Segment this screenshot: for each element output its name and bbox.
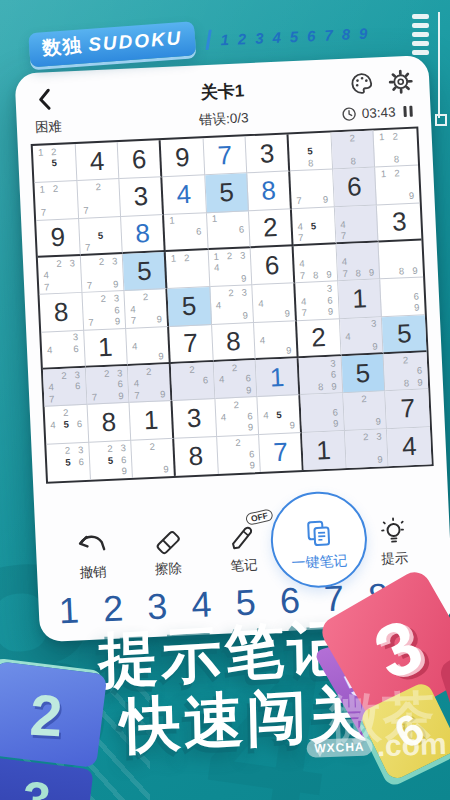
note-3: 3 [108, 255, 122, 267]
undo-button[interactable]: 撤销 [59, 531, 125, 583]
cell-r8c6[interactable]: 459 [258, 395, 302, 434]
cell-r3c3[interactable]: 8 [121, 215, 165, 254]
note-3: 3 [367, 318, 381, 330]
entered-digit: 1 [269, 364, 285, 391]
given-digit: 2 [263, 214, 279, 241]
cell-r3c6[interactable]: 2 [249, 209, 293, 248]
cell-r2c8[interactable]: 6 [333, 168, 377, 207]
cell-r5c7[interactable]: 34679 [295, 282, 339, 321]
cell-r8c9[interactable]: 7 [386, 390, 430, 429]
note-2: 2 [100, 368, 114, 380]
note-2: 2 [398, 354, 412, 366]
note-9: 9 [153, 313, 166, 325]
cell-r7c5[interactable]: 2469 [213, 360, 257, 399]
cell-r9c7[interactable]: 1 [302, 431, 346, 470]
note-2: 2 [229, 399, 243, 411]
cell-r4c3[interactable]: 5 [123, 252, 167, 291]
cell-r4c5[interactable]: 12349 [208, 248, 252, 287]
note-3: 3 [326, 357, 340, 369]
dice-blue-top-face: 2 [0, 661, 107, 768]
cell-r6c4[interactable]: 7 [169, 325, 213, 364]
given-digit: 8 [226, 328, 242, 355]
time-value: 03:43 [361, 104, 395, 121]
note-9: 9 [239, 309, 253, 321]
pencil-notes: 49 [128, 328, 168, 363]
note-9: 9 [368, 340, 382, 352]
pencil-notes: 2347 [39, 257, 80, 293]
cell-r4c8[interactable]: 4789 [336, 242, 380, 281]
cell-r7c1[interactable]: 23467 [43, 368, 87, 407]
dice-blue-front-number: 3 [21, 770, 53, 800]
cell-r5c5[interactable]: 2349 [210, 285, 254, 324]
note-6: 6 [241, 373, 255, 385]
palette-icon[interactable] [349, 70, 375, 96]
numpad-6[interactable]: 6 [279, 582, 301, 619]
entered-digit: 7 [217, 142, 233, 169]
cell-r1c1[interactable]: 125 [33, 144, 77, 183]
toolbar: 撤销 擦除 OFF 笔记 [42, 478, 444, 586]
cell-r5c8[interactable]: 1 [338, 280, 382, 319]
cell-r3c1[interactable]: 9 [36, 219, 80, 258]
note-9: 9 [329, 417, 343, 429]
note-9: 9 [327, 380, 341, 392]
cell-r5c1[interactable]: 8 [40, 293, 84, 332]
note-2: 2 [180, 252, 194, 264]
back-button[interactable] [37, 88, 52, 111]
note-2: 2 [52, 258, 66, 270]
note-5: 5 [59, 418, 73, 430]
given-digit: 5 [181, 293, 197, 320]
note-2: 2 [357, 393, 371, 405]
numpad-4[interactable]: 4 [191, 586, 213, 623]
note-6: 6 [73, 418, 87, 430]
numpad-5[interactable]: 5 [235, 584, 257, 621]
cell-r1c3[interactable]: 6 [118, 140, 162, 179]
note-5: 5 [61, 456, 75, 468]
note-2: 2 [47, 146, 61, 158]
pencil-notes: 128 [375, 130, 417, 166]
note-9: 9 [237, 272, 251, 284]
note-3: 3 [116, 442, 130, 454]
note-9: 9 [319, 194, 333, 206]
cell-r6c6[interactable]: 49 [254, 321, 298, 360]
cell-r8c3[interactable]: 1 [130, 401, 174, 440]
note-5: 5 [272, 409, 285, 421]
note-3: 3 [237, 287, 251, 299]
given-digit: 1 [352, 285, 368, 312]
note-7: 7 [127, 315, 140, 327]
cell-r6c7[interactable]: 2 [297, 319, 341, 358]
phone-card-group: 数独SUDOKU 123456789 关卡1 [12, 10, 450, 642]
onekey-notes-button[interactable]: 一键笔记 [285, 517, 351, 573]
cell-r8c4[interactable]: 3 [172, 399, 216, 438]
cell-r2c9[interactable]: 129 [375, 166, 419, 205]
given-digit: 1 [98, 334, 114, 361]
note-6: 6 [69, 343, 83, 355]
notes-button[interactable]: OFF 笔记 [210, 522, 276, 576]
pencil-notes: 2356 [47, 443, 88, 480]
note-4: 4 [44, 382, 58, 394]
pencil-notes: 2349 [211, 287, 252, 323]
note-3: 3 [113, 367, 127, 379]
entered-digit: 8 [135, 220, 151, 247]
cell-r7c8[interactable]: 5 [341, 354, 385, 393]
cell-r3c8[interactable]: 47 [334, 205, 378, 244]
numpad-3[interactable]: 3 [146, 588, 168, 625]
note-2: 2 [61, 444, 75, 456]
note-4: 4 [210, 262, 224, 274]
cell-r7c2[interactable]: 23679 [86, 366, 130, 405]
pencil-notes: 89 [380, 241, 422, 277]
given-digit: 8 [101, 409, 117, 436]
watermark-suffix: .com [376, 727, 447, 763]
note-9: 9 [373, 453, 387, 465]
cell-r4c4[interactable]: 12 [166, 250, 210, 289]
note-9: 9 [280, 308, 293, 320]
note-6: 6 [199, 375, 213, 387]
note-6: 6 [409, 290, 423, 302]
decorative-scroll-ornament [400, 10, 448, 130]
note-7: 7 [294, 231, 308, 243]
ornament-bar [412, 41, 429, 46]
note-4: 4 [254, 297, 267, 309]
cell-r6c9[interactable]: 5 [382, 315, 426, 354]
given-digit: 4 [402, 433, 418, 460]
cell-r6c3[interactable]: 49 [126, 327, 170, 366]
cell-r9c8[interactable]: 239 [345, 429, 389, 468]
note-9: 9 [322, 268, 336, 280]
note-9: 9 [245, 459, 259, 471]
erase-button[interactable]: 擦除 [135, 528, 201, 580]
note-7: 7 [296, 269, 310, 281]
pencil-notes: 2469 [214, 361, 255, 397]
cell-r9c5[interactable]: 269 [217, 435, 261, 474]
pencil-notes: 16 [165, 214, 206, 249]
pencil-notes: 16 [208, 212, 249, 247]
note-6: 6 [328, 406, 342, 418]
note-6: 6 [110, 304, 124, 316]
note-9: 9 [413, 376, 427, 388]
note-2: 2 [91, 181, 105, 193]
note-9: 9 [286, 419, 299, 431]
notes-off-badge: OFF [245, 508, 274, 526]
note-2: 2 [59, 407, 73, 419]
given-digit: 4 [89, 148, 105, 175]
app-logo: 数独SUDOKU [28, 21, 196, 67]
given-digit: 3 [186, 405, 202, 432]
pencil-notes: 69 [382, 279, 424, 315]
note-1: 1 [376, 168, 390, 180]
given-digit: 6 [347, 174, 363, 201]
note-4: 4 [341, 330, 355, 342]
cell-r7c4[interactable]: 26 [171, 362, 215, 401]
cell-r7c9[interactable]: 2689 [384, 352, 428, 391]
cell-r9c9[interactable]: 4 [387, 427, 431, 466]
chevron-left-icon [37, 88, 52, 111]
logo-digit-9: 9 [359, 24, 368, 41]
note-1: 1 [167, 252, 181, 264]
cell-r5c2[interactable]: 23679 [82, 291, 126, 330]
note-3: 3 [74, 443, 88, 455]
sudoku-grid: 1254697358281281272734587961299578161624… [31, 126, 434, 483]
cell-r1c6[interactable]: 3 [246, 134, 290, 173]
note-6: 6 [71, 380, 85, 392]
cell-r6c2[interactable]: 1 [84, 329, 128, 368]
cell-r8c5[interactable]: 2469 [215, 397, 259, 436]
cell-r9c3[interactable]: 29 [132, 439, 176, 478]
cell-r5c4[interactable]: 5 [167, 287, 211, 326]
cell-r3c9[interactable]: 3 [377, 203, 421, 242]
pencil-notes: 346 [42, 332, 83, 367]
cell-r9c6[interactable]: 7 [259, 433, 303, 472]
cell-r2c3[interactable]: 3 [120, 177, 164, 216]
entered-digit: 8 [261, 177, 277, 204]
cell-r1c7[interactable]: 58 [289, 132, 333, 171]
note-4: 4 [297, 295, 311, 307]
cell-r9c4[interactable]: 8 [174, 437, 218, 476]
note-8: 8 [389, 153, 403, 165]
note-9: 9 [410, 302, 424, 314]
cell-r1c5[interactable]: 7 [203, 136, 247, 175]
given-digit: 7 [183, 330, 199, 357]
cell-r5c9[interactable]: 69 [381, 278, 425, 317]
note-9: 9 [371, 415, 385, 427]
note-9: 9 [365, 266, 379, 278]
note-3: 3 [65, 257, 79, 269]
note-9: 9 [405, 190, 419, 202]
note-9: 9 [156, 388, 169, 400]
cell-r2c6[interactable]: 8 [248, 172, 292, 211]
given-digit: 3 [133, 183, 149, 210]
note-9: 9 [159, 463, 172, 475]
note-3: 3 [70, 369, 84, 381]
eraser-icon [152, 529, 183, 556]
note-2: 2 [231, 436, 245, 448]
ornament-bar [412, 50, 429, 55]
cell-r2c5[interactable]: 5 [205, 174, 249, 213]
note-4: 4 [217, 411, 231, 423]
note-9: 9 [408, 264, 422, 276]
note-2: 2 [145, 440, 158, 452]
cell-r2c1[interactable]: 127 [34, 181, 78, 220]
note-2: 2 [142, 366, 155, 378]
note-4: 4 [215, 374, 229, 386]
given-digit: 1 [143, 407, 159, 434]
cell-r2c4[interactable]: 4 [162, 176, 206, 215]
logo-cn: 数独 [42, 35, 83, 59]
copy-doc-icon [302, 518, 333, 549]
logo-digit-2: 2 [237, 30, 246, 47]
pencil-notes: 457 [293, 208, 334, 243]
cell-r7c7[interactable]: 3689 [299, 356, 343, 395]
pencil-notes: 239 [346, 430, 387, 467]
given-digit: 2 [311, 324, 327, 351]
pencil-notes: 269 [218, 436, 259, 473]
note-7: 7 [297, 307, 311, 319]
cell-r6c1[interactable]: 346 [41, 331, 85, 370]
note-7: 7 [84, 316, 98, 328]
cell-r4c7[interactable]: 4789 [294, 244, 338, 283]
logo-digit-6: 6 [307, 27, 316, 44]
given-digit: 6 [131, 146, 147, 173]
note-2: 2 [96, 293, 110, 305]
cell-r7c3[interactable]: 2479 [128, 364, 172, 403]
numpad-1[interactable]: 1 [58, 592, 80, 629]
note-4: 4 [39, 270, 53, 282]
note-2: 2 [359, 431, 373, 443]
ornament-square [435, 114, 447, 126]
given-digit: 7 [400, 395, 416, 422]
note-7: 7 [40, 281, 54, 293]
note-2: 2 [224, 287, 238, 299]
note-9: 9 [324, 306, 338, 318]
given-digit: 9 [50, 224, 66, 251]
note-2: 2 [228, 362, 242, 374]
logo-en: SUDOKU [87, 27, 183, 55]
undo-icon [76, 532, 107, 559]
cell-r1c9[interactable]: 128 [374, 129, 418, 168]
pencil-notes: 79 [291, 171, 332, 207]
note-4: 4 [338, 256, 352, 268]
cell-r8c2[interactable]: 8 [87, 403, 131, 442]
pencil-notes: 349 [341, 318, 382, 353]
cell-r9c1[interactable]: 2356 [46, 442, 90, 481]
note-9: 9 [111, 315, 125, 327]
pencil-icon [227, 523, 258, 552]
note-2: 2 [345, 132, 359, 144]
ornament-bar [412, 32, 429, 37]
pencil-notes: 2479 [129, 365, 169, 401]
note-5: 5 [48, 157, 62, 169]
pencil-notes: 58 [290, 134, 331, 170]
logo-digit-8: 8 [341, 25, 350, 42]
note-7: 7 [79, 205, 93, 217]
note-8: 8 [314, 381, 328, 393]
pencil-notes: 26 [172, 363, 213, 399]
undo-label: 撤销 [79, 563, 107, 582]
logo-digit-3: 3 [255, 29, 264, 46]
note-8: 8 [346, 155, 360, 167]
note-7: 7 [338, 268, 352, 280]
note-6: 6 [235, 223, 249, 235]
note-9: 9 [117, 465, 131, 477]
cell-r4c2[interactable]: 2379 [80, 254, 124, 293]
onekey-label: 一键笔记 [291, 552, 348, 573]
note-3: 3 [323, 283, 337, 295]
note-4: 4 [256, 334, 269, 346]
pencil-notes: 29 [344, 393, 385, 429]
given-digit: 9 [174, 144, 190, 171]
cell-r2c7[interactable]: 79 [290, 170, 334, 209]
cell-r5c3[interactable]: 2479 [125, 289, 169, 328]
given-digit: 8 [188, 443, 204, 470]
cell-r3c4[interactable]: 16 [164, 213, 208, 252]
note-5: 5 [303, 146, 317, 158]
pencil-notes: 2469 [216, 398, 257, 434]
pencil-notes: 23679 [83, 292, 124, 328]
cell-r3c2[interactable]: 57 [79, 217, 123, 256]
pencil-notes: 69 [301, 395, 342, 431]
cell-r1c2[interactable]: 4 [75, 142, 119, 181]
note-7: 7 [37, 206, 51, 218]
pencil-notes: 459 [259, 397, 299, 433]
hint-label: 提示 [381, 549, 409, 568]
note-6: 6 [413, 365, 427, 377]
note-8: 8 [309, 269, 323, 281]
note-2: 2 [390, 168, 404, 180]
clock-icon [341, 106, 357, 122]
cell-r7c6[interactable]: 1 [256, 358, 300, 397]
note-4: 4 [259, 409, 272, 421]
note-7: 7 [292, 195, 306, 207]
cell-r3c5[interactable]: 16 [207, 211, 251, 250]
cell-r4c9[interactable]: 89 [379, 240, 423, 279]
note-6: 6 [323, 294, 337, 306]
pencil-notes: 2456 [46, 406, 87, 442]
pencil-notes: 28 [332, 132, 373, 168]
cell-r1c8[interactable]: 28 [331, 130, 375, 169]
pencil-notes: 12 [167, 251, 208, 287]
pencil-notes: 2689 [385, 353, 427, 389]
note-5: 5 [307, 220, 321, 232]
note-3: 3 [236, 249, 250, 261]
watermark-bubble: WXCHA [306, 737, 373, 757]
notes-label: 笔记 [230, 556, 258, 575]
note-4: 4 [46, 419, 60, 431]
cell-r4c1[interactable]: 2347 [38, 256, 82, 295]
note-4: 4 [128, 340, 141, 352]
note-8: 8 [394, 265, 408, 277]
note-3: 3 [110, 292, 124, 304]
note-7: 7 [81, 241, 95, 253]
entered-digit: 7 [273, 439, 289, 466]
cell-r8c7[interactable]: 69 [300, 393, 344, 432]
note-4: 4 [126, 303, 139, 315]
cell-r6c5[interactable]: 8 [212, 323, 256, 362]
numpad-2[interactable]: 2 [102, 590, 124, 627]
logo-digits: 123456789 [220, 24, 368, 48]
cell-r8c8[interactable]: 29 [343, 392, 387, 431]
cell-r2c2[interactable]: 27 [77, 179, 121, 218]
note-4: 4 [293, 220, 307, 232]
pencil-notes: 23569 [90, 442, 131, 479]
logo-digit-5: 5 [289, 27, 298, 44]
given-digit: 5 [136, 258, 152, 285]
given-digit: 3 [391, 208, 407, 235]
cell-r9c2[interactable]: 23569 [89, 440, 133, 479]
note-2: 2 [57, 369, 71, 381]
cell-r6c8[interactable]: 349 [340, 317, 384, 356]
pencil-notes: 34679 [296, 283, 337, 319]
cell-r3c7[interactable]: 457 [292, 207, 336, 246]
note-2: 2 [103, 442, 117, 454]
note-9: 9 [242, 384, 256, 396]
hint-button[interactable]: 提示 [361, 516, 427, 570]
cell-r1c4[interactable]: 9 [161, 138, 205, 177]
note-2: 2 [95, 256, 109, 268]
given-digit: 5 [219, 179, 235, 206]
cell-r8c1[interactable]: 2456 [45, 405, 89, 444]
cell-r5c6[interactable]: 49 [253, 284, 297, 323]
note-5: 5 [94, 229, 108, 241]
pencil-notes: 29 [133, 440, 173, 477]
note-7: 7 [88, 391, 102, 403]
cell-r4c6[interactable]: 6 [251, 246, 295, 285]
ornament-bar [412, 23, 429, 28]
given-digit: 1 [316, 437, 332, 464]
note-9: 9 [109, 278, 123, 290]
note-6: 6 [243, 410, 257, 422]
